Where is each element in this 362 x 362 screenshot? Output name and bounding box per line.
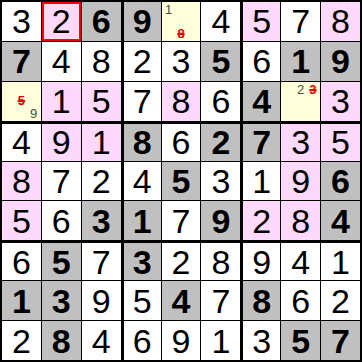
cell-value: 3 — [211, 164, 230, 198]
cell-r3c9[interactable]: 3 — [321, 82, 360, 121]
cell-value: 4 — [52, 44, 71, 78]
cell-value: 6 — [12, 245, 31, 279]
cell-value: 4 — [331, 204, 350, 238]
cell-value: 3 — [172, 44, 191, 78]
cell-value: 5 — [211, 44, 230, 78]
cell-r7c1[interactable]: 6 — [2, 241, 41, 280]
cell-value: 1 — [252, 164, 271, 198]
cell-value: 6 — [92, 4, 111, 38]
cell-r5c9[interactable]: 6 — [321, 162, 360, 201]
cell-r4c3[interactable]: 1 — [82, 122, 121, 161]
cell-r5c6[interactable]: 3 — [201, 162, 240, 201]
cell-r5c1[interactable]: 8 — [2, 162, 41, 201]
cell-value: 3 — [12, 4, 31, 38]
cell-r5c7[interactable]: 1 — [241, 162, 280, 201]
cell-r2c7[interactable]: 6 — [241, 42, 280, 81]
cell-r4c1[interactable]: 4 — [2, 122, 41, 161]
cell-r4c5[interactable]: 6 — [162, 122, 201, 161]
cell-r6c9[interactable]: 4 — [321, 201, 360, 240]
cell-value: 1 — [92, 125, 111, 159]
cell-value: 8 — [172, 84, 191, 118]
cell-value: 3 — [252, 324, 271, 358]
cell-value: 6 — [133, 324, 152, 358]
cell-r4c6[interactable]: 2 — [201, 122, 240, 161]
cell-r1c9[interactable]: 8 — [321, 2, 360, 41]
cell-value: 1 — [291, 44, 310, 78]
cell-r1c5[interactable]: 18 — [162, 2, 201, 41]
cell-r6c7[interactable]: 2 — [241, 201, 280, 240]
cell-r5c4[interactable]: 4 — [122, 162, 161, 201]
cell-value: 8 — [252, 284, 271, 318]
cell-r2c8[interactable]: 1 — [281, 42, 320, 81]
cell-value: 8 — [52, 324, 71, 358]
cell-value: 1 — [331, 245, 350, 279]
cell-value: 3 — [291, 125, 310, 159]
pencil-marks: 59 — [3, 83, 40, 120]
cell-r5c3[interactable]: 2 — [82, 162, 121, 201]
cell-value: 3 — [331, 84, 350, 118]
cell-value: 8 — [92, 44, 111, 78]
cell-value: 4 — [172, 284, 191, 318]
pencil-mark-9: 9 — [28, 107, 40, 120]
cell-value: 5 — [291, 324, 310, 358]
cell-value: 7 — [12, 44, 31, 78]
cell-r1c7[interactable]: 5 — [241, 2, 280, 41]
cell-r5c5[interactable]: 5 — [162, 162, 201, 201]
cell-value: 7 — [211, 284, 230, 318]
cell-r1c1[interactable]: 3 — [2, 2, 41, 41]
cell-r8c5[interactable]: 4 — [162, 281, 201, 320]
cell-value: 6 — [52, 204, 71, 238]
pencil-mark-8-eliminated: 8 — [175, 27, 187, 40]
cell-value: 1 — [52, 84, 71, 118]
cell-value: 7 — [133, 84, 152, 118]
cell-r2c6[interactable]: 5 — [201, 42, 240, 81]
cell-r7c7[interactable]: 9 — [241, 241, 280, 280]
cell-value: 2 — [211, 125, 230, 159]
cell-r9c4[interactable]: 6 — [122, 321, 161, 360]
cell-r9c6[interactable]: 1 — [201, 321, 240, 360]
cell-r1c8[interactable]: 7 — [281, 2, 320, 41]
cell-r2c9[interactable]: 9 — [321, 42, 360, 81]
cell-r7c2[interactable]: 5 — [42, 241, 81, 280]
cell-value: 5 — [52, 245, 71, 279]
cell-value: 4 — [133, 164, 152, 198]
cell-value: 8 — [133, 125, 152, 159]
pencil-mark-5-eliminated: 5 — [15, 94, 27, 107]
cell-r9c5[interactable]: 9 — [162, 321, 201, 360]
cell-value: 6 — [172, 125, 191, 159]
cell-r4c8[interactable]: 3 — [281, 122, 320, 161]
cell-r2c3[interactable]: 8 — [82, 42, 121, 81]
pencil-mark-2: 2 — [295, 83, 307, 96]
pencil-marks: 23 — [282, 83, 319, 120]
cell-value: 6 — [291, 284, 310, 318]
cell-value: 2 — [133, 44, 152, 78]
cell-r8c7[interactable]: 8 — [241, 281, 280, 320]
cell-value: 7 — [252, 125, 271, 159]
cell-value: 5 — [133, 284, 152, 318]
cell-r3c7[interactable]: 4 — [241, 82, 280, 121]
cell-r6c5[interactable]: 7 — [162, 201, 201, 240]
cell-r3c5[interactable]: 8 — [162, 82, 201, 121]
cell-value: 4 — [12, 125, 31, 159]
cell-r3c4[interactable]: 7 — [122, 82, 161, 121]
cell-value: 4 — [211, 4, 230, 38]
cell-value: 5 — [252, 4, 271, 38]
cell-value: 5 — [331, 125, 350, 159]
cell-value: 8 — [211, 245, 230, 279]
cell-r1c4[interactable]: 9 — [122, 2, 161, 41]
cell-value: 2 — [12, 324, 31, 358]
cell-r6c2[interactable]: 6 — [42, 201, 81, 240]
cell-r9c7[interactable]: 3 — [241, 321, 280, 360]
cell-r9c9[interactable]: 7 — [321, 321, 360, 360]
cell-value: 9 — [52, 125, 71, 159]
cell-value: 2 — [92, 164, 111, 198]
cell-value: 9 — [252, 245, 271, 279]
cell-r6c3[interactable]: 3 — [82, 201, 121, 240]
cell-r4c2[interactable]: 9 — [42, 122, 81, 161]
cell-value: 5 — [172, 164, 191, 198]
cell-r8c6[interactable]: 7 — [201, 281, 240, 320]
cell-value: 1 — [133, 204, 152, 238]
cell-value: 7 — [92, 245, 111, 279]
cell-value: 9 — [331, 44, 350, 78]
cell-value: 9 — [291, 164, 310, 198]
pencil-marks: 18 — [163, 3, 200, 40]
cell-r3c8[interactable]: 23 — [281, 82, 320, 121]
cell-r5c2[interactable]: 7 — [42, 162, 81, 201]
cell-value: 3 — [92, 204, 111, 238]
cell-value: 5 — [92, 84, 111, 118]
cell-r9c2[interactable]: 8 — [42, 321, 81, 360]
cell-r8c4[interactable]: 5 — [122, 281, 161, 320]
cell-value: 4 — [92, 324, 111, 358]
sudoku-board: 3269184578748235619591578642334918627358… — [0, 0, 362, 362]
cell-r6c4[interactable]: 1 — [122, 201, 161, 240]
cell-value: 7 — [172, 204, 191, 238]
cell-value: 3 — [52, 284, 71, 318]
cell-value: 8 — [291, 204, 310, 238]
pencil-mark-3-eliminated: 3 — [307, 83, 319, 96]
cell-value: 7 — [52, 164, 71, 198]
cell-value: 2 — [52, 4, 71, 38]
cell-r3c3[interactable]: 5 — [82, 82, 121, 121]
cell-r8c8[interactable]: 6 — [281, 281, 320, 320]
cell-r1c3[interactable]: 6 — [82, 2, 121, 41]
cell-r6c8[interactable]: 8 — [281, 201, 320, 240]
cell-r7c4[interactable]: 3 — [122, 241, 161, 280]
cell-value: 7 — [331, 324, 350, 358]
cell-r3c1[interactable]: 59 — [2, 82, 41, 121]
cell-r3c2[interactable]: 1 — [42, 82, 81, 121]
cell-r7c9[interactable]: 1 — [321, 241, 360, 280]
cell-r1c2[interactable]: 2 — [42, 2, 81, 41]
cell-value: 6 — [252, 44, 271, 78]
cell-r7c5[interactable]: 2 — [162, 241, 201, 280]
cell-r8c1[interactable]: 1 — [2, 281, 41, 320]
cell-value: 2 — [331, 284, 350, 318]
cell-value: 9 — [92, 284, 111, 318]
cell-r9c8[interactable]: 5 — [281, 321, 320, 360]
cell-r4c9[interactable]: 5 — [321, 122, 360, 161]
cell-value: 2 — [252, 204, 271, 238]
cell-r4c4[interactable]: 8 — [122, 122, 161, 161]
cell-value: 9 — [133, 4, 152, 38]
cell-value: 8 — [331, 4, 350, 38]
cell-value: 4 — [252, 84, 271, 118]
cell-value: 9 — [211, 204, 230, 238]
cell-r5c8[interactable]: 9 — [281, 162, 320, 201]
cell-value: 7 — [291, 4, 310, 38]
cell-value: 4 — [291, 245, 310, 279]
cell-r2c4[interactable]: 2 — [122, 42, 161, 81]
cell-r1c6[interactable]: 4 — [201, 2, 240, 41]
cell-r2c5[interactable]: 3 — [162, 42, 201, 81]
cell-r2c1[interactable]: 7 — [2, 42, 41, 81]
cell-r3c6[interactable]: 6 — [201, 82, 240, 121]
cell-value: 8 — [12, 164, 31, 198]
cell-r6c1[interactable]: 5 — [2, 201, 41, 240]
cell-value: 9 — [172, 324, 191, 358]
cell-r2c2[interactable]: 4 — [42, 42, 81, 81]
cell-r7c8[interactable]: 4 — [281, 241, 320, 280]
cell-r7c3[interactable]: 7 — [82, 241, 121, 280]
cell-value: 3 — [133, 245, 152, 279]
cell-value: 5 — [12, 204, 31, 238]
cell-r9c1[interactable]: 2 — [2, 321, 41, 360]
cell-value: 1 — [211, 324, 230, 358]
cell-r9c3[interactable]: 4 — [82, 321, 121, 360]
cell-r8c9[interactable]: 2 — [321, 281, 360, 320]
cell-r7c6[interactable]: 8 — [201, 241, 240, 280]
cell-value: 6 — [211, 84, 230, 118]
cell-r8c3[interactable]: 9 — [82, 281, 121, 320]
pencil-mark-1: 1 — [163, 3, 175, 16]
cell-r4c7[interactable]: 7 — [241, 122, 280, 161]
cell-value: 2 — [172, 245, 191, 279]
cell-r8c2[interactable]: 3 — [42, 281, 81, 320]
cell-r6c6[interactable]: 9 — [201, 201, 240, 240]
cell-value: 1 — [12, 284, 31, 318]
cell-value: 6 — [331, 164, 350, 198]
